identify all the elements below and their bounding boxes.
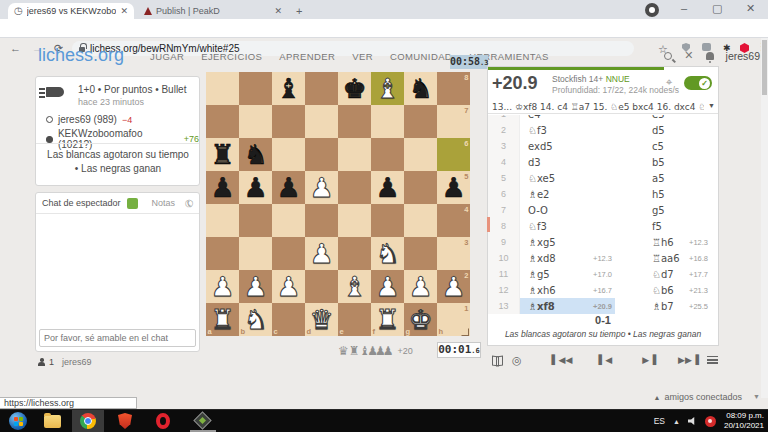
- rank-label: 2: [464, 271, 468, 280]
- move-row: 1e4e5: [488, 115, 718, 122]
- pv-expand-icon[interactable]: ▼: [708, 102, 715, 109]
- move-number: 13: [488, 298, 520, 314]
- move-row: 8♘f3f5: [488, 218, 718, 234]
- game-result-text: Las blancas agotaron su tiempo • Las neg…: [44, 148, 192, 175]
- opening-book-icon[interactable]: [492, 356, 503, 364]
- black-p-piece[interactable]: ♟: [272, 171, 305, 204]
- move-cell[interactable]: ♗xg5: [520, 234, 615, 250]
- move-cell[interactable]: ♗xf8+20.9: [520, 298, 615, 314]
- chat-toggle[interactable]: [127, 198, 138, 209]
- engine-name: Stockfish 14+ NNUE: [552, 74, 630, 84]
- move-cell[interactable]: a5: [615, 170, 718, 186]
- move-cell[interactable]: ♗g5+17.0: [520, 266, 615, 282]
- white-p-piece[interactable]: ♟: [305, 237, 338, 270]
- white-circle-icon: [46, 116, 53, 123]
- taskbar: ES ▲ 08:09 p.m. 20/10/2021: [0, 409, 768, 432]
- menu-icon[interactable]: [707, 356, 718, 364]
- square-h8[interactable]: 8: [437, 72, 470, 105]
- square-b4[interactable]: [239, 204, 272, 237]
- phone-icon: ✆: [182, 196, 195, 210]
- black-k-piece[interactable]: ♚: [338, 72, 371, 105]
- tray-red-app-icon[interactable]: [705, 416, 716, 427]
- tab-close-icon[interactable]: ✕: [120, 6, 128, 16]
- tab-title: jeres69 vs KEKWzoboomafoo: C4: [27, 6, 117, 16]
- move-cell[interactable]: e4: [520, 115, 615, 122]
- square-f6[interactable]: [371, 138, 404, 171]
- analysis-controls: ◎ ▌◀◀ ▌◀ ▶▐ ▶▶▐: [487, 352, 719, 368]
- square-h2[interactable]: ♟2: [437, 270, 470, 303]
- square-g6[interactable]: [404, 138, 437, 171]
- window-close-button[interactable]: ✕: [746, 2, 755, 15]
- move-number: 6: [488, 186, 520, 202]
- square-f1[interactable]: ♜f: [371, 303, 404, 336]
- white-p-piece[interactable]: ♟: [206, 270, 239, 303]
- square-g3[interactable]: [404, 237, 437, 270]
- game-time-ago: hace 23 minutos: [78, 97, 144, 107]
- square-f5[interactable]: ♟: [371, 171, 404, 204]
- back-icon[interactable]: ←: [10, 42, 21, 54]
- go-last-button[interactable]: ▶▶▐: [678, 355, 699, 365]
- go-next-button[interactable]: ▶▐: [642, 355, 656, 365]
- bell-icon[interactable]: [706, 52, 714, 60]
- friends-arrow-icon: ▲: [654, 394, 661, 401]
- square-h4[interactable]: 4: [437, 204, 470, 237]
- captured-piece: ♜: [349, 344, 360, 358]
- friends-label[interactable]: amigos conectados: [664, 392, 742, 402]
- nav-item-jugar[interactable]: JUGAR: [150, 51, 184, 62]
- move-cell[interactable]: ♘xe5: [520, 170, 615, 186]
- square-a4[interactable]: [206, 204, 239, 237]
- square-h7[interactable]: 7: [437, 105, 470, 138]
- move-cell[interactable]: c5: [615, 138, 718, 154]
- result-block: 0-1 Las blancas agotaron su tiempo • Las…: [488, 314, 718, 339]
- move-cell[interactable]: exd5: [520, 138, 615, 154]
- new-tab-button[interactable]: +: [296, 5, 302, 17]
- rank-label: 5: [464, 172, 468, 181]
- tab-title: Publish | PeakD: [156, 6, 270, 16]
- black-circle-icon: [46, 136, 53, 143]
- chess-board[interactable]: ♝♚♝♞87♜♞6♟♟♟♟♟♟54♟♞3♟♟♟♝♟♟♟2♜a♞bc♛de♜f♚g…: [206, 72, 470, 336]
- square-c8[interactable]: ♝: [272, 72, 305, 105]
- square-d5[interactable]: ♟: [305, 171, 338, 204]
- rank-label: 4: [464, 205, 468, 214]
- nav-item-ejercicios[interactable]: EJERCICIOS: [201, 51, 262, 62]
- system-tray: ES ▲ 08:09 p.m. 20/10/2021: [654, 410, 764, 432]
- black-player-row[interactable]: KEKWzoboomafoo (1021?) +76: [46, 128, 199, 150]
- move-cell[interactable]: ♘f3: [520, 122, 615, 138]
- browser-toolbar: ← → ⟳ lichess.org/bewRNmYm/white#25 ☆ ✱ …: [0, 19, 768, 38]
- square-b2[interactable]: ♟: [239, 270, 272, 303]
- engine-settings-icon[interactable]: ⌖: [666, 76, 672, 89]
- square-a3[interactable]: [206, 237, 239, 270]
- chat-tabs: Chat de espectador Notas ✆: [36, 193, 199, 214]
- square-d6[interactable]: [305, 138, 338, 171]
- browser-tab-active[interactable]: ◷ jeres69 vs KEKWzoboomafoo: C4 ✕: [8, 3, 134, 19]
- go-prev-button[interactable]: ▌◀: [598, 355, 612, 365]
- move-cell[interactable]: ♗xd8+12.3: [520, 250, 615, 266]
- move-cell[interactable]: ♗xh6+16.7: [520, 282, 615, 298]
- divider: [36, 143, 199, 144]
- square-c1[interactable]: c: [272, 303, 305, 336]
- white-rating-delta: −4: [122, 115, 132, 125]
- captured-pieces: ♛♜♝♟♟♟+20: [338, 344, 413, 358]
- black-p-piece[interactable]: ♟: [239, 171, 272, 204]
- move-cell[interactable]: ♗e2: [520, 186, 615, 202]
- square-d3[interactable]: ♟: [305, 237, 338, 270]
- move-number: 3: [488, 138, 520, 154]
- square-b7[interactable]: [239, 105, 272, 138]
- move-row: 9♗xg5♖h6+12.3: [488, 234, 718, 250]
- move-cell[interactable]: b5: [615, 154, 718, 170]
- time-control: 1+0 • Por puntos • Bullet: [78, 84, 186, 95]
- move-number: 8: [488, 218, 520, 234]
- black-b-piece[interactable]: ♝: [272, 72, 305, 105]
- friends-bar[interactable]: ▲ amigos conectados: [654, 392, 742, 402]
- tab-notes[interactable]: Notas: [152, 198, 176, 208]
- square-e7[interactable]: [338, 105, 371, 138]
- square-b8[interactable]: [239, 72, 272, 105]
- move-row: 5♘xe5a5: [488, 170, 718, 186]
- move-number: 4: [488, 154, 520, 170]
- move-cell[interactable]: ♖h6+12.3: [615, 234, 718, 250]
- square-f8[interactable]: ♝: [371, 72, 404, 105]
- nav-item-ver[interactable]: VER: [352, 51, 373, 62]
- white-p-piece[interactable]: ♟: [239, 270, 272, 303]
- tab-spectator-chat[interactable]: Chat de espectador: [42, 198, 121, 208]
- nav-item-aprender[interactable]: APRENDER: [279, 51, 335, 62]
- move-cell[interactable]: ♘f3: [520, 218, 615, 234]
- white-player-row[interactable]: jeres69 (989) −4: [46, 114, 132, 125]
- movelist-scrollbar-thumb[interactable]: [487, 217, 490, 232]
- black-n-piece[interactable]: ♞: [239, 138, 272, 171]
- move-number: 10: [488, 250, 520, 266]
- square-d8[interactable]: [305, 72, 338, 105]
- move-row: 12♗xh6+16.7♘b6+21.3: [488, 282, 718, 298]
- black-p-piece[interactable]: ♟: [371, 171, 404, 204]
- engine-progress-track: [488, 67, 718, 70]
- white-player-name: jeres69 (989): [58, 114, 117, 125]
- move-cell[interactable]: O-O: [520, 202, 615, 218]
- square-e3[interactable]: [338, 237, 371, 270]
- move-list: 1e4e52♘f3d53exd5c54d3b55♘xe5a56♗e2h57O-O…: [488, 115, 718, 314]
- go-first-button[interactable]: ▌◀◀: [552, 355, 573, 365]
- square-b3[interactable]: [239, 237, 272, 270]
- analysis-target-icon[interactable]: ◎: [512, 354, 522, 367]
- screen: ◷ jeres69 vs KEKWzoboomafoo: C4 ✕ Publis…: [0, 0, 768, 432]
- square-b6[interactable]: ♞: [239, 138, 272, 171]
- square-g7[interactable]: [404, 105, 437, 138]
- main-nav: JUGAREJERCICIOSAPRENDERVERCOMUNIDADHERRA…: [150, 51, 549, 62]
- bullet-icon: [46, 87, 64, 97]
- move-row: 13♗xf8+20.9♗b7+25.5: [488, 298, 718, 314]
- search-icon[interactable]: [664, 52, 672, 60]
- square-e4[interactable]: [338, 204, 371, 237]
- rank-label: 3: [464, 238, 468, 247]
- white-p-piece[interactable]: ♟: [272, 270, 305, 303]
- square-c5[interactable]: ♟: [272, 171, 305, 204]
- move-cell[interactable]: g5: [615, 202, 718, 218]
- square-b5[interactable]: ♟: [239, 171, 272, 204]
- file-label: h: [439, 327, 444, 336]
- captured-piece: ♛: [338, 344, 349, 358]
- square-a8[interactable]: [206, 72, 239, 105]
- language-indicator[interactable]: ES: [654, 416, 665, 426]
- game-info-box: 1+0 • Por puntos • Bullet hace 23 minuto…: [35, 76, 200, 186]
- opera-taskbar-icon[interactable]: [156, 413, 170, 429]
- square-e8[interactable]: ♚: [338, 72, 371, 105]
- black-clock: 00:58.3: [450, 55, 488, 69]
- move-row: 7O-Og5: [488, 202, 718, 218]
- clear-icon[interactable]: ✕: [684, 49, 693, 62]
- window-minimize-button[interactable]: –: [681, 2, 687, 14]
- move-cell[interactable]: e5: [615, 115, 718, 122]
- photo-app-taskbar-icon[interactable]: [193, 411, 211, 429]
- analysis-panel: +20.9 Stockfish 14+ NNUE Profundidad: 17…: [487, 66, 719, 346]
- square-f4[interactable]: [371, 204, 404, 237]
- square-c4[interactable]: [272, 204, 305, 237]
- move-number: 12: [488, 282, 520, 298]
- square-d2[interactable]: [305, 270, 338, 303]
- move-cell[interactable]: f5: [615, 218, 718, 234]
- square-g1[interactable]: ♚g: [404, 303, 437, 336]
- square-f7[interactable]: [371, 105, 404, 138]
- move-number: 11: [488, 266, 520, 282]
- white-n-piece[interactable]: ♞: [371, 237, 404, 270]
- clock-favicon-icon: ◷: [14, 6, 23, 16]
- square-g2[interactable]: ♟: [404, 270, 437, 303]
- chat-box: Chat de espectador Notas ✆: [35, 192, 200, 352]
- material-advantage: +20: [398, 346, 413, 356]
- start-button[interactable]: [9, 412, 27, 430]
- file-label: f: [373, 327, 376, 336]
- hidden-icons-arrow[interactable]: ▲: [673, 418, 680, 425]
- file-label: b: [241, 327, 246, 336]
- spectator-name[interactable]: jeres69: [62, 357, 92, 367]
- move-number: 1: [488, 115, 520, 122]
- result-score: 0-1: [488, 314, 718, 326]
- square-h6[interactable]: 6: [437, 138, 470, 171]
- taskbar-clock[interactable]: 08:09 p.m. 20/10/2021: [724, 411, 764, 432]
- square-g4[interactable]: [404, 204, 437, 237]
- status-bar: https://lichess.org: [0, 397, 137, 409]
- move-number: 5: [488, 170, 520, 186]
- move-cell[interactable]: ♘d7+17.7: [615, 266, 718, 282]
- move-row: 2♘f3d5: [488, 122, 718, 138]
- captured-piece: ♟: [383, 344, 394, 358]
- square-a1[interactable]: ♜a: [206, 303, 239, 336]
- move-number: 2: [488, 122, 520, 138]
- square-g8[interactable]: ♞: [404, 72, 437, 105]
- rank-label: 1: [464, 304, 468, 313]
- chrome-taskbar-icon[interactable]: [80, 413, 96, 429]
- move-cell[interactable]: h5: [615, 186, 718, 202]
- browser-profile-avatar[interactable]: [645, 3, 659, 17]
- move-cell[interactable]: d5: [615, 122, 718, 138]
- nnue-badge: NNUE: [606, 74, 630, 84]
- move-row: 11♗g5+17.0♘d7+17.7: [488, 266, 718, 282]
- tab-close-icon[interactable]: ✕: [274, 6, 282, 16]
- toggle-knob-icon: ✓: [699, 78, 710, 89]
- square-h1[interactable]: 1h: [437, 303, 470, 336]
- square-h3[interactable]: 3: [437, 237, 470, 270]
- file-explorer-icon[interactable]: [44, 415, 61, 428]
- header-right: ✕ jeres69: [664, 49, 760, 62]
- rank-label: 8: [464, 73, 468, 82]
- windows-flag-icon: [14, 417, 18, 421]
- white-b-piece[interactable]: ♝: [338, 270, 371, 303]
- square-d4[interactable]: [305, 204, 338, 237]
- person-icon: [38, 358, 45, 366]
- nav-item-comunidad[interactable]: COMUNIDAD: [390, 51, 452, 62]
- move-cell[interactable]: ♘b6+21.3: [615, 282, 718, 298]
- page-scrollbar[interactable]: [761, 38, 768, 398]
- rank-label: 7: [464, 106, 468, 115]
- square-a5[interactable]: ♟: [206, 171, 239, 204]
- square-e2[interactable]: ♝: [338, 270, 371, 303]
- file-label: e: [340, 327, 344, 336]
- square-d7[interactable]: [305, 105, 338, 138]
- file-label: g: [406, 327, 411, 336]
- white-clock: 00:01.6: [437, 342, 481, 358]
- spectator-count: 1: [49, 357, 54, 367]
- move-row: 3exd5c5: [488, 138, 718, 154]
- square-c2[interactable]: ♟: [272, 270, 305, 303]
- move-row: 6♗e2h5: [488, 186, 718, 202]
- move-cell[interactable]: ♖aa6+16.8: [615, 250, 718, 266]
- square-a2[interactable]: ♟: [206, 270, 239, 303]
- move-cell[interactable]: d3: [520, 154, 615, 170]
- white-r-piece[interactable]: ♜: [371, 303, 404, 336]
- pv-line[interactable]: 13... ♔xf8 14. c4 ♖a7 15. ♘e5 bxc4 16. d…: [492, 102, 704, 112]
- engine-progress-bar: [488, 67, 664, 70]
- white-b-piece[interactable]: ♝: [371, 72, 404, 105]
- square-g5[interactable]: [404, 171, 437, 204]
- square-c3[interactable]: [272, 237, 305, 270]
- black-p-piece[interactable]: ♟: [206, 171, 239, 204]
- square-e1[interactable]: e: [338, 303, 371, 336]
- taskbar-time: 08:09 p.m.: [724, 411, 764, 421]
- move-cell[interactable]: ♗b7+25.5: [615, 298, 718, 314]
- rank-label: 6: [464, 139, 468, 148]
- black-n-piece[interactable]: ♞: [404, 72, 437, 105]
- file-label: a: [208, 327, 212, 336]
- move-row: 4d3b5: [488, 154, 718, 170]
- square-c6[interactable]: [272, 138, 305, 171]
- window-maximize-button[interactable]: ▢: [712, 2, 722, 15]
- square-d1[interactable]: ♛d: [305, 303, 338, 336]
- pv-row[interactable]: 13... ♔xf8 14. c4 ♖a7 15. ♘e5 bxc4 16. d…: [488, 100, 718, 114]
- square-c7[interactable]: [272, 105, 305, 138]
- white-p-piece[interactable]: ♟: [305, 171, 338, 204]
- browser-tab-inactive[interactable]: Publish | PeakD ✕: [138, 3, 288, 19]
- move-number: 7: [488, 202, 520, 218]
- square-e6[interactable]: [338, 138, 371, 171]
- square-f2[interactable]: ♟: [371, 270, 404, 303]
- square-a7[interactable]: [206, 105, 239, 138]
- file-label: d: [307, 327, 312, 336]
- spectator-list: 1 jeres69: [38, 357, 92, 367]
- move-row: 10♗xd8+12.3♖aa6+16.8: [488, 250, 718, 266]
- brave-taskbar-icon[interactable]: [118, 413, 132, 429]
- engine-depth: Profundidad: 17/22, 224k nodes/s: [552, 85, 679, 95]
- square-h5[interactable]: ♟5: [437, 171, 470, 204]
- white-p-piece[interactable]: ♟: [404, 270, 437, 303]
- friends-caret-icon[interactable]: ▼: [753, 393, 760, 400]
- engine-eval: +20.9: [492, 73, 538, 94]
- chat-input[interactable]: [39, 329, 196, 347]
- file-label: c: [274, 327, 278, 336]
- taskbar-date: 20/10/2021: [724, 421, 764, 431]
- square-e5[interactable]: [338, 171, 371, 204]
- move-number: 9: [488, 234, 520, 250]
- black-r-piece[interactable]: ♜: [206, 138, 239, 171]
- square-f3[interactable]: ♞: [371, 237, 404, 270]
- lichess-logo[interactable]: lichess.org: [38, 45, 124, 66]
- white-p-piece[interactable]: ♟: [371, 270, 404, 303]
- square-a6[interactable]: ♜: [206, 138, 239, 171]
- square-b1[interactable]: ♞b: [239, 303, 272, 336]
- black-player-name: KEKWzoboomafoo (1021?): [58, 128, 179, 150]
- username-menu[interactable]: jeres69: [726, 50, 760, 62]
- result-subtitle: Las blancas agotaron su tiempo • Las neg…: [488, 329, 718, 339]
- browser-tabstrip: ◷ jeres69 vs KEKWzoboomafoo: C4 ✕ Publis…: [0, 0, 768, 19]
- volume-icon[interactable]: [688, 417, 697, 425]
- engine-toggle[interactable]: ✓: [684, 76, 712, 90]
- page-scrollbar-thumb[interactable]: [762, 40, 767, 95]
- peakd-favicon-icon: [144, 7, 152, 15]
